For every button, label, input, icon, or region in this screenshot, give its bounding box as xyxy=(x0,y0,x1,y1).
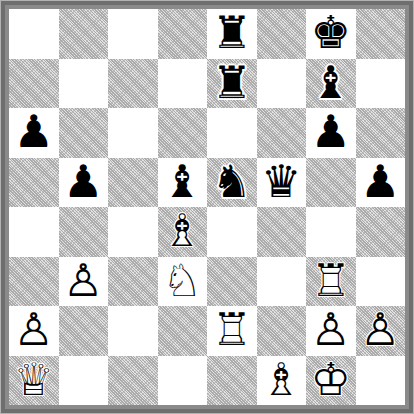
black-bishop-piece: ♝ xyxy=(158,158,208,208)
square-e7[interactable]: ♜ xyxy=(207,59,257,109)
black-queen-piece: ♛ xyxy=(257,158,307,208)
square-a3[interactable] xyxy=(9,257,59,307)
black-rook-piece: ♜ xyxy=(207,9,257,59)
black-pawn-piece: ♟ xyxy=(306,108,356,158)
square-h1[interactable] xyxy=(356,356,406,406)
black-pawn-piece: ♟ xyxy=(59,158,109,208)
square-h4[interactable] xyxy=(356,207,406,257)
square-g5[interactable] xyxy=(306,158,356,208)
square-f2[interactable] xyxy=(257,306,307,356)
square-h5[interactable]: ♟ xyxy=(356,158,406,208)
board-frame: ♜♚♜♝♟♟♟♝♞♛♟♝♗♟♙♞♘♜♖♟♙♜♖♟♙♟♙♛♕♝♗♚♔ xyxy=(0,0,414,414)
square-f6[interactable] xyxy=(257,108,307,158)
square-b4[interactable] xyxy=(59,207,109,257)
square-e2[interactable]: ♜♖ xyxy=(207,306,257,356)
square-d6[interactable] xyxy=(158,108,208,158)
white-bishop-piece: ♝♗ xyxy=(158,207,208,257)
square-e8[interactable]: ♜ xyxy=(207,9,257,59)
white-king-piece: ♚♔ xyxy=(306,356,356,406)
square-e4[interactable] xyxy=(207,207,257,257)
square-a4[interactable] xyxy=(9,207,59,257)
square-c2[interactable] xyxy=(108,306,158,356)
black-pawn-piece: ♟ xyxy=(356,158,406,208)
square-d7[interactable] xyxy=(158,59,208,109)
square-g3[interactable]: ♜♖ xyxy=(306,257,356,307)
square-b3[interactable]: ♟♙ xyxy=(59,257,109,307)
square-b1[interactable] xyxy=(59,356,109,406)
square-b8[interactable] xyxy=(59,9,109,59)
square-g1[interactable]: ♚♔ xyxy=(306,356,356,406)
square-f8[interactable] xyxy=(257,9,307,59)
square-e3[interactable] xyxy=(207,257,257,307)
black-king-piece: ♚ xyxy=(306,9,356,59)
square-d4[interactable]: ♝♗ xyxy=(158,207,208,257)
square-d5[interactable]: ♝ xyxy=(158,158,208,208)
square-f1[interactable]: ♝♗ xyxy=(257,356,307,406)
white-pawn-piece: ♟♙ xyxy=(9,306,59,356)
black-rook-piece: ♜ xyxy=(207,59,257,109)
square-g4[interactable] xyxy=(306,207,356,257)
square-c1[interactable] xyxy=(108,356,158,406)
square-g7[interactable]: ♝ xyxy=(306,59,356,109)
square-g8[interactable]: ♚ xyxy=(306,9,356,59)
square-b2[interactable] xyxy=(59,306,109,356)
white-pawn-piece: ♟♙ xyxy=(59,257,109,307)
white-bishop-piece: ♝♗ xyxy=(257,356,307,406)
white-rook-piece: ♜♖ xyxy=(207,306,257,356)
square-b6[interactable] xyxy=(59,108,109,158)
square-a2[interactable]: ♟♙ xyxy=(9,306,59,356)
square-c8[interactable] xyxy=(108,9,158,59)
square-h7[interactable] xyxy=(356,59,406,109)
square-d2[interactable] xyxy=(158,306,208,356)
square-f3[interactable] xyxy=(257,257,307,307)
square-g2[interactable]: ♟♙ xyxy=(306,306,356,356)
square-c4[interactable] xyxy=(108,207,158,257)
chess-board: ♜♚♜♝♟♟♟♝♞♛♟♝♗♟♙♞♘♜♖♟♙♜♖♟♙♟♙♛♕♝♗♚♔ xyxy=(9,9,405,405)
square-d3[interactable]: ♞♘ xyxy=(158,257,208,307)
black-bishop-piece: ♝ xyxy=(306,59,356,109)
black-pawn-piece: ♟ xyxy=(9,108,59,158)
black-knight-piece: ♞ xyxy=(207,158,257,208)
square-d8[interactable] xyxy=(158,9,208,59)
square-a8[interactable] xyxy=(9,9,59,59)
square-c7[interactable] xyxy=(108,59,158,109)
square-d1[interactable] xyxy=(158,356,208,406)
square-f4[interactable] xyxy=(257,207,307,257)
white-pawn-piece: ♟♙ xyxy=(306,306,356,356)
square-b5[interactable]: ♟ xyxy=(59,158,109,208)
white-pawn-piece: ♟♙ xyxy=(356,306,406,356)
square-h2[interactable]: ♟♙ xyxy=(356,306,406,356)
square-c3[interactable] xyxy=(108,257,158,307)
square-e5[interactable]: ♞ xyxy=(207,158,257,208)
square-a7[interactable] xyxy=(9,59,59,109)
square-f5[interactable]: ♛ xyxy=(257,158,307,208)
white-queen-piece: ♛♕ xyxy=(9,356,59,406)
square-b7[interactable] xyxy=(59,59,109,109)
square-a6[interactable]: ♟ xyxy=(9,108,59,158)
square-a1[interactable]: ♛♕ xyxy=(9,356,59,406)
square-e6[interactable] xyxy=(207,108,257,158)
square-c6[interactable] xyxy=(108,108,158,158)
square-f7[interactable] xyxy=(257,59,307,109)
square-h8[interactable] xyxy=(356,9,406,59)
square-g6[interactable]: ♟ xyxy=(306,108,356,158)
square-e1[interactable] xyxy=(207,356,257,406)
white-knight-piece: ♞♘ xyxy=(158,257,208,307)
square-a5[interactable] xyxy=(9,158,59,208)
square-c5[interactable] xyxy=(108,158,158,208)
white-rook-piece: ♜♖ xyxy=(306,257,356,307)
square-h3[interactable] xyxy=(356,257,406,307)
square-h6[interactable] xyxy=(356,108,406,158)
